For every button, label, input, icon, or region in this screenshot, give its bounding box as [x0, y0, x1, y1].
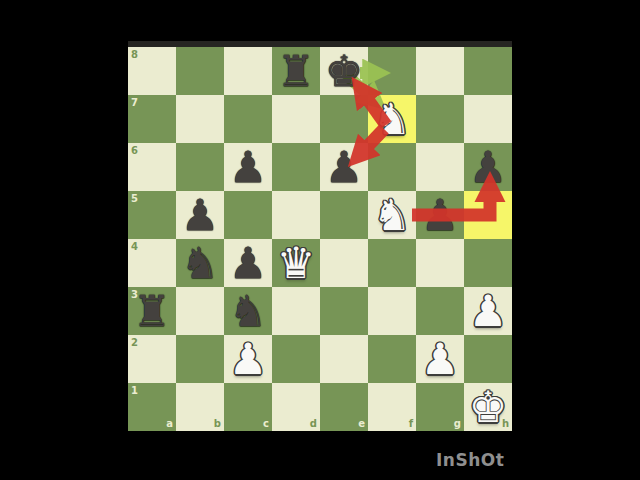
square-d2	[272, 335, 320, 383]
rank-label-6: 6	[131, 146, 138, 156]
square-a6: 6	[128, 143, 176, 191]
square-c7	[224, 95, 272, 143]
square-a4: 4	[128, 239, 176, 287]
square-e2	[320, 335, 368, 383]
square-e6	[320, 143, 368, 191]
square-f2	[368, 335, 416, 383]
square-h7	[464, 95, 512, 143]
square-c8	[224, 47, 272, 95]
file-label-c: c	[263, 419, 269, 429]
square-b1: b	[176, 383, 224, 431]
square-f7	[368, 95, 416, 143]
square-d3	[272, 287, 320, 335]
square-c6	[224, 143, 272, 191]
square-b6	[176, 143, 224, 191]
file-label-h: h	[502, 419, 509, 429]
file-label-b: b	[214, 419, 221, 429]
rank-label-8: 8	[131, 50, 138, 60]
square-a8: 8	[128, 47, 176, 95]
square-d1: d	[272, 383, 320, 431]
square-f6	[368, 143, 416, 191]
rank-label-3: 3	[131, 290, 138, 300]
square-c2	[224, 335, 272, 383]
square-e1: e	[320, 383, 368, 431]
square-b5	[176, 191, 224, 239]
square-f3	[368, 287, 416, 335]
square-d6	[272, 143, 320, 191]
square-d5	[272, 191, 320, 239]
rank-label-7: 7	[131, 98, 138, 108]
square-h2	[464, 335, 512, 383]
square-c5	[224, 191, 272, 239]
square-c3	[224, 287, 272, 335]
file-label-a: a	[166, 419, 173, 429]
square-g4	[416, 239, 464, 287]
square-g6	[416, 143, 464, 191]
square-f5	[368, 191, 416, 239]
square-d8	[272, 47, 320, 95]
chess-board: 87654321abcdefgh ♜♚♞♟♟♟♟♞♟♞♟♛♜♞♟♟♟♚	[128, 47, 512, 431]
square-b3	[176, 287, 224, 335]
video-frame: 87654321abcdefgh ♜♚♞♟♟♟♟♞♟♞♟♛♜♞♟♟♟♚ InSh…	[0, 0, 640, 480]
square-e7	[320, 95, 368, 143]
square-h4	[464, 239, 512, 287]
square-e5	[320, 191, 368, 239]
square-a1: 1a	[128, 383, 176, 431]
square-f1: f	[368, 383, 416, 431]
square-a2: 2	[128, 335, 176, 383]
square-g2	[416, 335, 464, 383]
rank-label-2: 2	[131, 338, 138, 348]
file-label-d: d	[310, 419, 317, 429]
square-e3	[320, 287, 368, 335]
square-a5: 5	[128, 191, 176, 239]
square-h5	[464, 191, 512, 239]
square-b4	[176, 239, 224, 287]
square-g8	[416, 47, 464, 95]
square-b8	[176, 47, 224, 95]
file-label-f: f	[409, 419, 413, 429]
file-label-e: e	[358, 419, 365, 429]
square-e8	[320, 47, 368, 95]
square-b7	[176, 95, 224, 143]
square-e4	[320, 239, 368, 287]
square-h8	[464, 47, 512, 95]
square-g7	[416, 95, 464, 143]
square-d7	[272, 95, 320, 143]
square-a3: 3	[128, 287, 176, 335]
square-d4	[272, 239, 320, 287]
rank-label-4: 4	[131, 242, 138, 252]
square-b2	[176, 335, 224, 383]
square-c1: c	[224, 383, 272, 431]
square-h3	[464, 287, 512, 335]
square-h1: h	[464, 383, 512, 431]
square-f8	[368, 47, 416, 95]
rank-label-1: 1	[131, 386, 138, 396]
rank-label-5: 5	[131, 194, 138, 204]
square-c4	[224, 239, 272, 287]
square-g5	[416, 191, 464, 239]
file-label-g: g	[454, 419, 461, 429]
square-h6	[464, 143, 512, 191]
square-a7: 7	[128, 95, 176, 143]
square-f4	[368, 239, 416, 287]
square-g1: g	[416, 383, 464, 431]
square-g3	[416, 287, 464, 335]
board-squares: 87654321abcdefgh	[128, 47, 512, 431]
inshot-watermark: InShOt	[436, 450, 504, 470]
